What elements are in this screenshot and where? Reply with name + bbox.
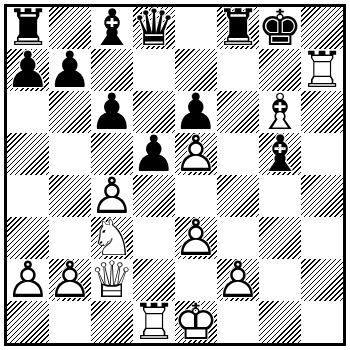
square-a5[interactable] (7, 133, 49, 175)
black-king-glyph: ♚ (258, 7, 303, 49)
square-f6[interactable] (217, 91, 259, 133)
black-queen-glyph: ♛ (132, 7, 177, 49)
black-pawn-glyph: ♟ (6, 49, 51, 91)
black-bishop-glyph: ♝ (90, 7, 135, 49)
square-h5[interactable] (301, 133, 343, 175)
white-king: ♚♔ (174, 301, 219, 343)
black-king: ♚ (258, 7, 303, 49)
white-pawn: ♟♙ (216, 259, 261, 301)
square-b4[interactable] (49, 175, 91, 217)
white-pawn: ♟♙ (174, 133, 219, 175)
square-g2[interactable] (259, 259, 301, 301)
square-c2[interactable]: ♛♕ (91, 259, 133, 301)
square-h7[interactable]: ♜♖ (301, 49, 343, 91)
black-pawn: ♟ (48, 49, 93, 91)
white-pawn: ♟♙ (48, 259, 93, 301)
square-f8[interactable]: ♜ (217, 7, 259, 49)
square-d3[interactable] (133, 217, 175, 259)
square-h1[interactable] (301, 301, 343, 343)
square-h4[interactable] (301, 175, 343, 217)
square-f2[interactable]: ♟♙ (217, 259, 259, 301)
white-pawn-glyph: ♙ (174, 133, 219, 175)
square-f4[interactable] (217, 175, 259, 217)
black-queen: ♛ (132, 7, 177, 49)
square-b2[interactable]: ♟♙ (49, 259, 91, 301)
square-h3[interactable] (301, 217, 343, 259)
square-g3[interactable] (259, 217, 301, 259)
white-rook-glyph: ♖ (300, 49, 345, 91)
white-rook: ♜♖ (132, 301, 177, 343)
square-a7[interactable]: ♟ (7, 49, 49, 91)
black-bishop: ♝ (258, 133, 303, 175)
black-pawn-glyph: ♟ (48, 49, 93, 91)
black-rook: ♜ (216, 7, 261, 49)
white-pawn-glyph: ♙ (48, 259, 93, 301)
square-d8[interactable]: ♛ (133, 7, 175, 49)
square-h2[interactable] (301, 259, 343, 301)
square-e5[interactable]: ♟♙ (175, 133, 217, 175)
square-f5[interactable] (217, 133, 259, 175)
black-rook-glyph: ♜ (216, 7, 261, 49)
square-g5[interactable]: ♝ (259, 133, 301, 175)
white-pawn: ♟♙ (174, 217, 219, 259)
square-c8[interactable]: ♝ (91, 7, 133, 49)
square-e1[interactable]: ♚♔ (175, 301, 217, 343)
white-queen-glyph: ♕ (90, 259, 135, 301)
square-d5[interactable]: ♟ (133, 133, 175, 175)
square-e8[interactable] (175, 7, 217, 49)
white-queen: ♛♕ (90, 259, 135, 301)
white-rook-glyph: ♖ (132, 301, 177, 343)
white-pawn-glyph: ♙ (216, 259, 261, 301)
white-rook: ♜♖ (300, 49, 345, 91)
white-pawn-glyph: ♙ (174, 217, 219, 259)
diagram-page: ♜♝♛♜♚♟♟♜♖♟♟♝♗♟♟♙♝♟♙♞♘♟♙♟♙♟♙♛♕♟♙♜♖♚♔ (0, 0, 350, 350)
black-bishop-glyph: ♝ (258, 133, 303, 175)
black-bishop: ♝ (90, 7, 135, 49)
black-pawn: ♟ (132, 133, 177, 175)
square-a2[interactable]: ♟♙ (7, 259, 49, 301)
square-g8[interactable]: ♚ (259, 7, 301, 49)
black-pawn: ♟ (6, 49, 51, 91)
square-c6[interactable]: ♟ (91, 91, 133, 133)
board-frame: ♜♝♛♜♚♟♟♜♖♟♟♝♗♟♟♙♝♟♙♞♘♟♙♟♙♟♙♛♕♟♙♜♖♚♔ (4, 4, 346, 346)
square-b7[interactable]: ♟ (49, 49, 91, 91)
white-pawn: ♟♙ (6, 259, 51, 301)
square-d1[interactable]: ♜♖ (133, 301, 175, 343)
square-g1[interactable] (259, 301, 301, 343)
square-b5[interactable] (49, 133, 91, 175)
black-pawn-glyph: ♟ (90, 91, 135, 133)
white-king-glyph: ♔ (174, 301, 219, 343)
white-pawn-glyph: ♙ (6, 259, 51, 301)
black-pawn-glyph: ♟ (132, 133, 177, 175)
square-e3[interactable]: ♟♙ (175, 217, 217, 259)
black-pawn: ♟ (90, 91, 135, 133)
chess-board: ♜♝♛♜♚♟♟♜♖♟♟♝♗♟♟♙♝♟♙♞♘♟♙♟♙♟♙♛♕♟♙♜♖♚♔ (7, 7, 343, 343)
square-a4[interactable] (7, 175, 49, 217)
